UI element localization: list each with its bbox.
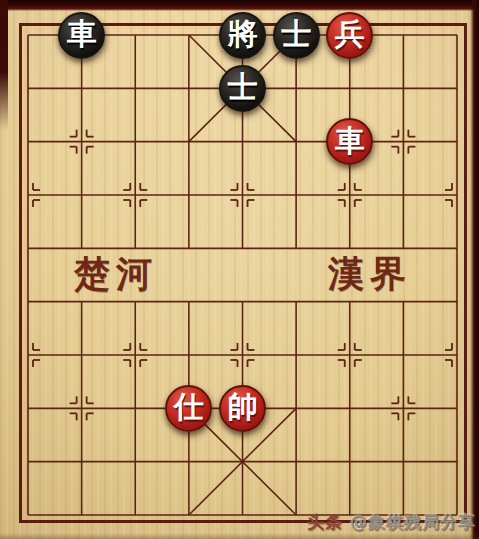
watermark-handle: @象棋残局分享 bbox=[350, 512, 476, 532]
piece-black-chariot[interactable]: 車 bbox=[58, 12, 105, 59]
piece-black-advisor[interactable]: 士 bbox=[219, 65, 266, 112]
piece-black-general[interactable]: 將 bbox=[219, 12, 266, 59]
watermark: 头条 @象棋残局分享 bbox=[307, 511, 476, 534]
screen-edge-left bbox=[0, 0, 8, 130]
xiangqi-board-screenshot: 楚河 漢界 車將士兵士車仕帥 头条 @象棋残局分享 bbox=[0, 0, 479, 539]
screen-edge-top bbox=[0, 0, 479, 11]
piece-red-advisor[interactable]: 仕 bbox=[165, 385, 212, 432]
watermark-prefix: 头条 bbox=[307, 512, 350, 532]
piece-red-general[interactable]: 帥 bbox=[219, 385, 266, 432]
river-label-chu-river: 楚河 bbox=[74, 252, 158, 296]
piece-red-soldier[interactable]: 兵 bbox=[326, 12, 373, 59]
screen-edge-right bbox=[470, 0, 479, 539]
river-label-han-border: 漢界 bbox=[328, 252, 412, 296]
piece-black-advisor[interactable]: 士 bbox=[273, 12, 320, 59]
